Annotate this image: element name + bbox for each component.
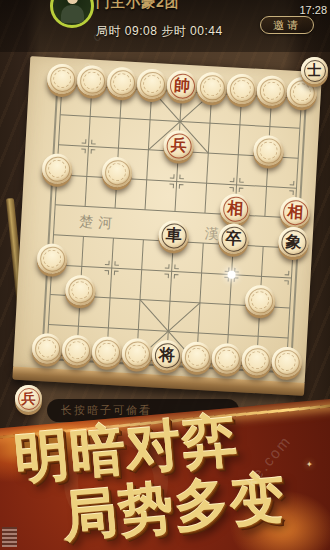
xiangqi-board[interactable]: 楚河漢界帥兵相相車卒象将	[12, 56, 322, 402]
piece-character: 士	[308, 57, 322, 84]
promo-banner: ✦ ✦ 明暗对弈 局势多变	[0, 396, 330, 550]
piece-character: 将	[158, 340, 176, 371]
piece-character: 兵	[22, 385, 36, 412]
captured-piece-兵: 兵	[15, 385, 42, 412]
player-name: 门主小豪2团	[96, 0, 180, 12]
piece-character: 兵	[170, 130, 188, 161]
piece-character: 相	[226, 193, 244, 224]
system-clock: 17:28	[299, 4, 327, 16]
piece-character: 車	[165, 220, 183, 251]
avatar-person-icon	[67, 0, 78, 4]
qr-code-fragment	[2, 527, 17, 547]
piece-character: 卒	[225, 223, 243, 254]
player-avatar[interactable]	[50, 0, 94, 28]
top-bar: 门主小豪2团 局时 09:08 步时 00:44 17:28 邀请	[0, 0, 330, 52]
sparkle-icon: ✦	[306, 460, 313, 469]
piece-character: 相	[286, 197, 304, 228]
invite-button[interactable]: 邀请	[260, 16, 314, 34]
avatar-person-body	[61, 5, 84, 23]
app-screen: 门主小豪2团 局时 09:08 步时 00:44 17:28 邀请 楚河漢界帥兵…	[0, 0, 330, 550]
river-label-left: 楚河	[79, 213, 118, 231]
game-timers: 局时 09:08 步时 00:44	[96, 23, 223, 40]
piece-character: 帥	[173, 70, 191, 101]
piece-character: 象	[285, 227, 303, 258]
captured-piece-士: 士	[301, 57, 328, 84]
